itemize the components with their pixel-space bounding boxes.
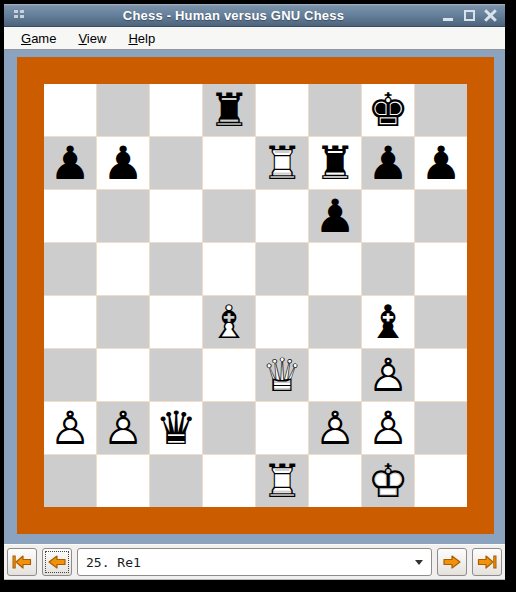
- square-b4[interactable]: [97, 296, 149, 348]
- white-pawn: ♟♙: [362, 349, 414, 401]
- go-last-button[interactable]: [472, 548, 502, 576]
- menubar: GameViewHelp: [4, 27, 505, 50]
- black-pawn: ♟: [309, 190, 361, 242]
- square-f7[interactable]: ♜: [309, 137, 361, 189]
- square-c1[interactable]: [150, 455, 202, 507]
- board-frame: ♜♚♟♟♜♖♜♟♟♟♝♗♝♛♕♟♙♟♙♟♙♛♟♙♟♙♜♖♚♔: [17, 57, 494, 534]
- black-pawn: ♟: [97, 137, 149, 189]
- arrow-right-icon: [442, 554, 462, 570]
- white-pawn: ♟♙: [97, 402, 149, 454]
- square-g3[interactable]: ♟♙: [362, 349, 414, 401]
- black-rook: ♜: [203, 84, 255, 136]
- square-c6[interactable]: [150, 190, 202, 242]
- arrow-bar-left-icon: [12, 554, 32, 570]
- square-h3[interactable]: [415, 349, 467, 401]
- square-b2[interactable]: ♟♙: [97, 402, 149, 454]
- square-h7[interactable]: ♟: [415, 137, 467, 189]
- square-f1[interactable]: [309, 455, 361, 507]
- black-bishop: ♝: [362, 296, 414, 348]
- white-queen: ♛♕: [256, 349, 308, 401]
- square-h8[interactable]: [415, 84, 467, 136]
- black-queen: ♛: [150, 402, 202, 454]
- square-e5[interactable]: [256, 243, 308, 295]
- go-first-button[interactable]: [7, 548, 37, 576]
- main-area: ♜♚♟♟♜♖♜♟♟♟♝♗♝♛♕♟♙♟♙♟♙♛♟♙♟♙♜♖♚♔: [4, 50, 505, 544]
- square-f6[interactable]: ♟: [309, 190, 361, 242]
- square-d3[interactable]: [203, 349, 255, 401]
- go-previous-button[interactable]: [42, 548, 72, 576]
- square-c8[interactable]: [150, 84, 202, 136]
- square-b8[interactable]: [97, 84, 149, 136]
- square-e1[interactable]: ♜♖: [256, 455, 308, 507]
- square-c2[interactable]: ♛: [150, 402, 202, 454]
- square-f2[interactable]: ♟♙: [309, 402, 361, 454]
- square-b5[interactable]: [97, 243, 149, 295]
- square-c5[interactable]: [150, 243, 202, 295]
- square-b6[interactable]: [97, 190, 149, 242]
- go-next-button[interactable]: [437, 548, 467, 576]
- square-e7[interactable]: ♜♖: [256, 137, 308, 189]
- square-f5[interactable]: [309, 243, 361, 295]
- white-king: ♚♔: [362, 455, 414, 507]
- current-move-label: 25. Re1: [78, 555, 407, 570]
- square-d4[interactable]: ♝♗: [203, 296, 255, 348]
- square-h5[interactable]: [415, 243, 467, 295]
- close-button[interactable]: [483, 8, 497, 22]
- minimize-button[interactable]: [441, 8, 455, 22]
- menu-item-game[interactable]: Game: [10, 29, 67, 48]
- square-a3[interactable]: [44, 349, 96, 401]
- square-a4[interactable]: [44, 296, 96, 348]
- square-g6[interactable]: [362, 190, 414, 242]
- square-g5[interactable]: [362, 243, 414, 295]
- square-c4[interactable]: [150, 296, 202, 348]
- move-navigation-toolbar: 25. Re1: [4, 544, 505, 579]
- square-a8[interactable]: [44, 84, 96, 136]
- square-d8[interactable]: ♜: [203, 84, 255, 136]
- square-a5[interactable]: [44, 243, 96, 295]
- menu-item-help[interactable]: Help: [117, 29, 166, 48]
- square-g1[interactable]: ♚♔: [362, 455, 414, 507]
- black-king: ♚: [362, 84, 414, 136]
- window-title: Chess - Human versus GNU Chess: [26, 8, 441, 23]
- chess-app-window: Chess - Human versus GNU Chess GameViewH…: [4, 4, 505, 580]
- window-menu-icon[interactable]: [14, 10, 26, 20]
- white-pawn: ♟♙: [362, 402, 414, 454]
- square-e8[interactable]: [256, 84, 308, 136]
- square-h4[interactable]: [415, 296, 467, 348]
- square-g8[interactable]: ♚: [362, 84, 414, 136]
- black-pawn: ♟: [44, 137, 96, 189]
- square-h6[interactable]: [415, 190, 467, 242]
- white-rook: ♜♖: [256, 455, 308, 507]
- square-b3[interactable]: [97, 349, 149, 401]
- square-a6[interactable]: [44, 190, 96, 242]
- white-bishop: ♝♗: [203, 296, 255, 348]
- black-rook: ♜: [309, 137, 361, 189]
- square-g7[interactable]: ♟: [362, 137, 414, 189]
- minimize-icon: [443, 18, 453, 21]
- white-pawn: ♟♙: [44, 402, 96, 454]
- square-h1[interactable]: [415, 455, 467, 507]
- square-e6[interactable]: [256, 190, 308, 242]
- chess-board: ♜♚♟♟♜♖♜♟♟♟♝♗♝♛♕♟♙♟♙♟♙♛♟♙♟♙♜♖♚♔: [44, 84, 467, 507]
- white-rook: ♜♖: [256, 137, 308, 189]
- square-g2[interactable]: ♟♙: [362, 402, 414, 454]
- square-d5[interactable]: [203, 243, 255, 295]
- square-e2[interactable]: [256, 402, 308, 454]
- square-f8[interactable]: [309, 84, 361, 136]
- move-history-combobox[interactable]: 25. Re1: [77, 548, 432, 576]
- square-b1[interactable]: [97, 455, 149, 507]
- square-d7[interactable]: [203, 137, 255, 189]
- square-g4[interactable]: ♝: [362, 296, 414, 348]
- white-pawn: ♟♙: [309, 402, 361, 454]
- square-h2[interactable]: [415, 402, 467, 454]
- square-d6[interactable]: [203, 190, 255, 242]
- square-d2[interactable]: [203, 402, 255, 454]
- square-a7[interactable]: ♟: [44, 137, 96, 189]
- black-pawn: ♟: [362, 137, 414, 189]
- arrow-left-icon: [47, 554, 67, 570]
- chevron-down-icon: [415, 560, 423, 565]
- square-a2[interactable]: ♟♙: [44, 402, 96, 454]
- arrow-bar-right-icon: [477, 554, 497, 570]
- square-f3[interactable]: [309, 349, 361, 401]
- square-b7[interactable]: ♟: [97, 137, 149, 189]
- maximize-button[interactable]: [462, 8, 476, 22]
- square-c3[interactable]: [150, 349, 202, 401]
- titlebar[interactable]: Chess - Human versus GNU Chess: [4, 4, 505, 27]
- close-icon: [484, 9, 497, 22]
- square-e3[interactable]: ♛♕: [256, 349, 308, 401]
- black-pawn: ♟: [415, 137, 467, 189]
- square-c7[interactable]: [150, 137, 202, 189]
- menu-item-view[interactable]: View: [67, 29, 117, 48]
- square-f4[interactable]: [309, 296, 361, 348]
- combobox-dropdown-zone[interactable]: [407, 560, 431, 565]
- square-e4[interactable]: [256, 296, 308, 348]
- square-d1[interactable]: [203, 455, 255, 507]
- maximize-icon: [464, 10, 475, 21]
- square-a1[interactable]: [44, 455, 96, 507]
